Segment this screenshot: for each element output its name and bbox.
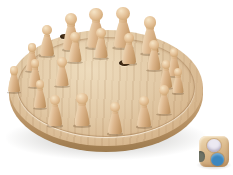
scene-caption: Round wooden memory-chess board filled w… [0,0,1,1]
wooden-pawn[interactable] [8,66,20,93]
wooden-pawn[interactable] [48,95,62,127]
wooden-pawn[interactable] [69,32,82,63]
pawn-head [139,96,149,106]
pawn-head [116,7,129,20]
die-face-grey-icon [199,151,205,163]
pawn-body [137,106,151,127]
pawn-head [10,66,19,75]
pawn-head [28,43,37,52]
pawn-head [57,57,67,67]
pawn-body [69,42,82,62]
pawn-head [96,28,106,38]
pawn-body [40,35,54,56]
pawn-head [36,80,45,89]
pawn-head [76,93,87,104]
pawn-body [108,112,122,134]
pawn-body [158,94,171,114]
color-die[interactable] [199,136,229,167]
pawn-head [149,40,159,50]
pawn-body [8,74,20,92]
die-face-blue-icon [211,153,224,165]
pawn-head [159,85,169,95]
wooden-pawn[interactable] [173,68,184,94]
wooden-pawn[interactable] [34,80,46,109]
pawn-head [70,32,80,42]
wooden-pawn[interactable] [148,40,161,71]
wooden-pawn[interactable] [95,28,108,59]
wooden-pawn[interactable] [108,102,122,135]
pawn-body [95,38,108,58]
pawn-body [75,104,90,126]
pawn-head [89,8,102,21]
pawn-body [122,43,136,64]
pawn-head [124,33,134,43]
wooden-pawn[interactable] [158,85,171,115]
pawn-body [173,76,184,93]
memory-chess-photo: Round wooden memory-chess board filled w… [0,0,233,175]
pawn-head [50,95,60,105]
pawn-head [31,59,40,68]
wooden-pawn[interactable] [137,96,151,128]
die-face-white-icon [207,139,221,152]
pawn-head [144,16,157,29]
pawn-body [56,66,69,86]
pawn-head [174,68,182,76]
pawn-head [110,102,120,112]
pawn-head [170,48,179,57]
pawn-head [42,25,52,35]
pawn-body [148,50,161,70]
wooden-pawn[interactable] [56,57,69,87]
pawn-body [48,105,62,126]
pawn-body [34,89,46,108]
pawn-head [65,13,77,25]
wooden-pawn[interactable] [122,33,136,65]
wooden-pawn[interactable] [40,25,54,57]
pawn-head [162,60,171,69]
wooden-pawn[interactable] [75,93,90,127]
